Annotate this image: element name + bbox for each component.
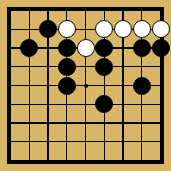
intersection-7-6[interactable] [114, 95, 133, 114]
intersection-3-3[interactable] [39, 39, 58, 58]
intersection-6-5[interactable] [95, 76, 114, 95]
intersection-8-7[interactable] [132, 114, 151, 133]
black-stone: ● [95, 95, 113, 113]
intersection-2-3[interactable]: ● [20, 39, 39, 58]
intersection-7-1[interactable] [114, 1, 133, 20]
intersection-2-7[interactable] [20, 114, 39, 133]
intersection-4-8[interactable] [57, 132, 76, 151]
intersection-3-9[interactable] [39, 151, 58, 170]
intersection-9-4[interactable] [151, 57, 170, 76]
intersection-7-5[interactable] [114, 76, 133, 95]
intersection-7-7[interactable] [114, 114, 133, 133]
black-stone: ● [95, 39, 113, 57]
intersection-1-7[interactable] [1, 114, 20, 133]
intersection-9-7[interactable] [151, 114, 170, 133]
intersection-2-8[interactable] [20, 132, 39, 151]
intersection-7-3[interactable] [114, 39, 133, 58]
intersection-2-2[interactable] [20, 20, 39, 39]
intersection-5-7[interactable] [76, 114, 95, 133]
white-stone: ○ [152, 20, 170, 38]
go-board: ●○○○○○●●○●●●●●●●● [7, 7, 164, 164]
intersection-5-3[interactable]: ○ [76, 39, 95, 58]
intersection-9-8[interactable] [151, 132, 170, 151]
intersection-5-5[interactable] [76, 76, 95, 95]
intersection-6-8[interactable] [95, 132, 114, 151]
intersection-6-4[interactable]: ● [95, 57, 114, 76]
intersection-2-6[interactable] [20, 95, 39, 114]
intersection-5-8[interactable] [76, 132, 95, 151]
intersection-3-2[interactable]: ● [39, 20, 58, 39]
white-stone: ○ [95, 20, 113, 38]
intersection-7-2[interactable]: ○ [114, 20, 133, 39]
intersection-9-6[interactable] [151, 95, 170, 114]
intersection-3-1[interactable] [39, 1, 58, 20]
intersection-3-5[interactable] [39, 76, 58, 95]
black-stone: ● [95, 58, 113, 76]
board-cells: ●○○○○○●●○●●●●●●●● [1, 1, 170, 170]
intersection-8-1[interactable] [132, 1, 151, 20]
intersection-8-4[interactable] [132, 57, 151, 76]
intersection-1-9[interactable] [1, 151, 20, 170]
black-stone: ● [20, 39, 38, 57]
black-stone: ● [58, 77, 76, 95]
intersection-6-1[interactable] [95, 1, 114, 20]
intersection-1-1[interactable] [1, 1, 20, 20]
intersection-9-9[interactable] [151, 151, 170, 170]
intersection-2-9[interactable] [20, 151, 39, 170]
white-stone: ○ [114, 20, 132, 38]
intersection-5-6[interactable] [76, 95, 95, 114]
intersection-2-4[interactable] [20, 57, 39, 76]
intersection-9-2[interactable]: ○ [151, 20, 170, 39]
intersection-8-2[interactable]: ○ [132, 20, 151, 39]
black-stone: ● [133, 39, 151, 57]
intersection-4-2[interactable]: ○ [57, 20, 76, 39]
intersection-4-4[interactable]: ● [57, 57, 76, 76]
intersection-4-5[interactable]: ● [57, 76, 76, 95]
star-point [84, 84, 88, 88]
intersection-1-8[interactable] [1, 132, 20, 151]
black-stone: ● [58, 58, 76, 76]
intersection-8-9[interactable] [132, 151, 151, 170]
intersection-4-9[interactable] [57, 151, 76, 170]
intersection-4-1[interactable] [57, 1, 76, 20]
black-stone: ● [39, 20, 57, 38]
intersection-6-3[interactable]: ● [95, 39, 114, 58]
intersection-5-2[interactable] [76, 20, 95, 39]
intersection-4-3[interactable]: ● [57, 39, 76, 58]
intersection-9-1[interactable] [151, 1, 170, 20]
intersection-3-6[interactable] [39, 95, 58, 114]
white-stone: ○ [58, 20, 76, 38]
white-stone: ○ [77, 39, 95, 57]
black-stone: ● [152, 39, 170, 57]
intersection-1-6[interactable] [1, 95, 20, 114]
intersection-6-7[interactable] [95, 114, 114, 133]
intersection-1-2[interactable] [1, 20, 20, 39]
intersection-9-5[interactable] [151, 76, 170, 95]
intersection-6-9[interactable] [95, 151, 114, 170]
intersection-8-3[interactable]: ● [132, 39, 151, 58]
intersection-1-3[interactable] [1, 39, 20, 58]
intersection-3-4[interactable] [39, 57, 58, 76]
white-stone: ○ [133, 20, 151, 38]
intersection-7-9[interactable] [114, 151, 133, 170]
intersection-5-1[interactable] [76, 1, 95, 20]
intersection-4-7[interactable] [57, 114, 76, 133]
page-background: ●○○○○○●●○●●●●●●●● [0, 0, 171, 171]
intersection-2-5[interactable] [20, 76, 39, 95]
intersection-5-4[interactable] [76, 57, 95, 76]
intersection-3-8[interactable] [39, 132, 58, 151]
intersection-8-6[interactable] [132, 95, 151, 114]
intersection-8-8[interactable] [132, 132, 151, 151]
intersection-5-9[interactable] [76, 151, 95, 170]
intersection-8-5[interactable]: ● [132, 76, 151, 95]
intersection-4-6[interactable] [57, 95, 76, 114]
intersection-6-2[interactable]: ○ [95, 20, 114, 39]
intersection-2-1[interactable] [20, 1, 39, 20]
intersection-1-5[interactable] [1, 76, 20, 95]
black-stone: ● [58, 39, 76, 57]
intersection-3-7[interactable] [39, 114, 58, 133]
intersection-6-6[interactable]: ● [95, 95, 114, 114]
intersection-7-8[interactable] [114, 132, 133, 151]
black-stone: ● [133, 77, 151, 95]
intersection-9-3[interactable]: ● [151, 39, 170, 58]
intersection-7-4[interactable] [114, 57, 133, 76]
intersection-1-4[interactable] [1, 57, 20, 76]
